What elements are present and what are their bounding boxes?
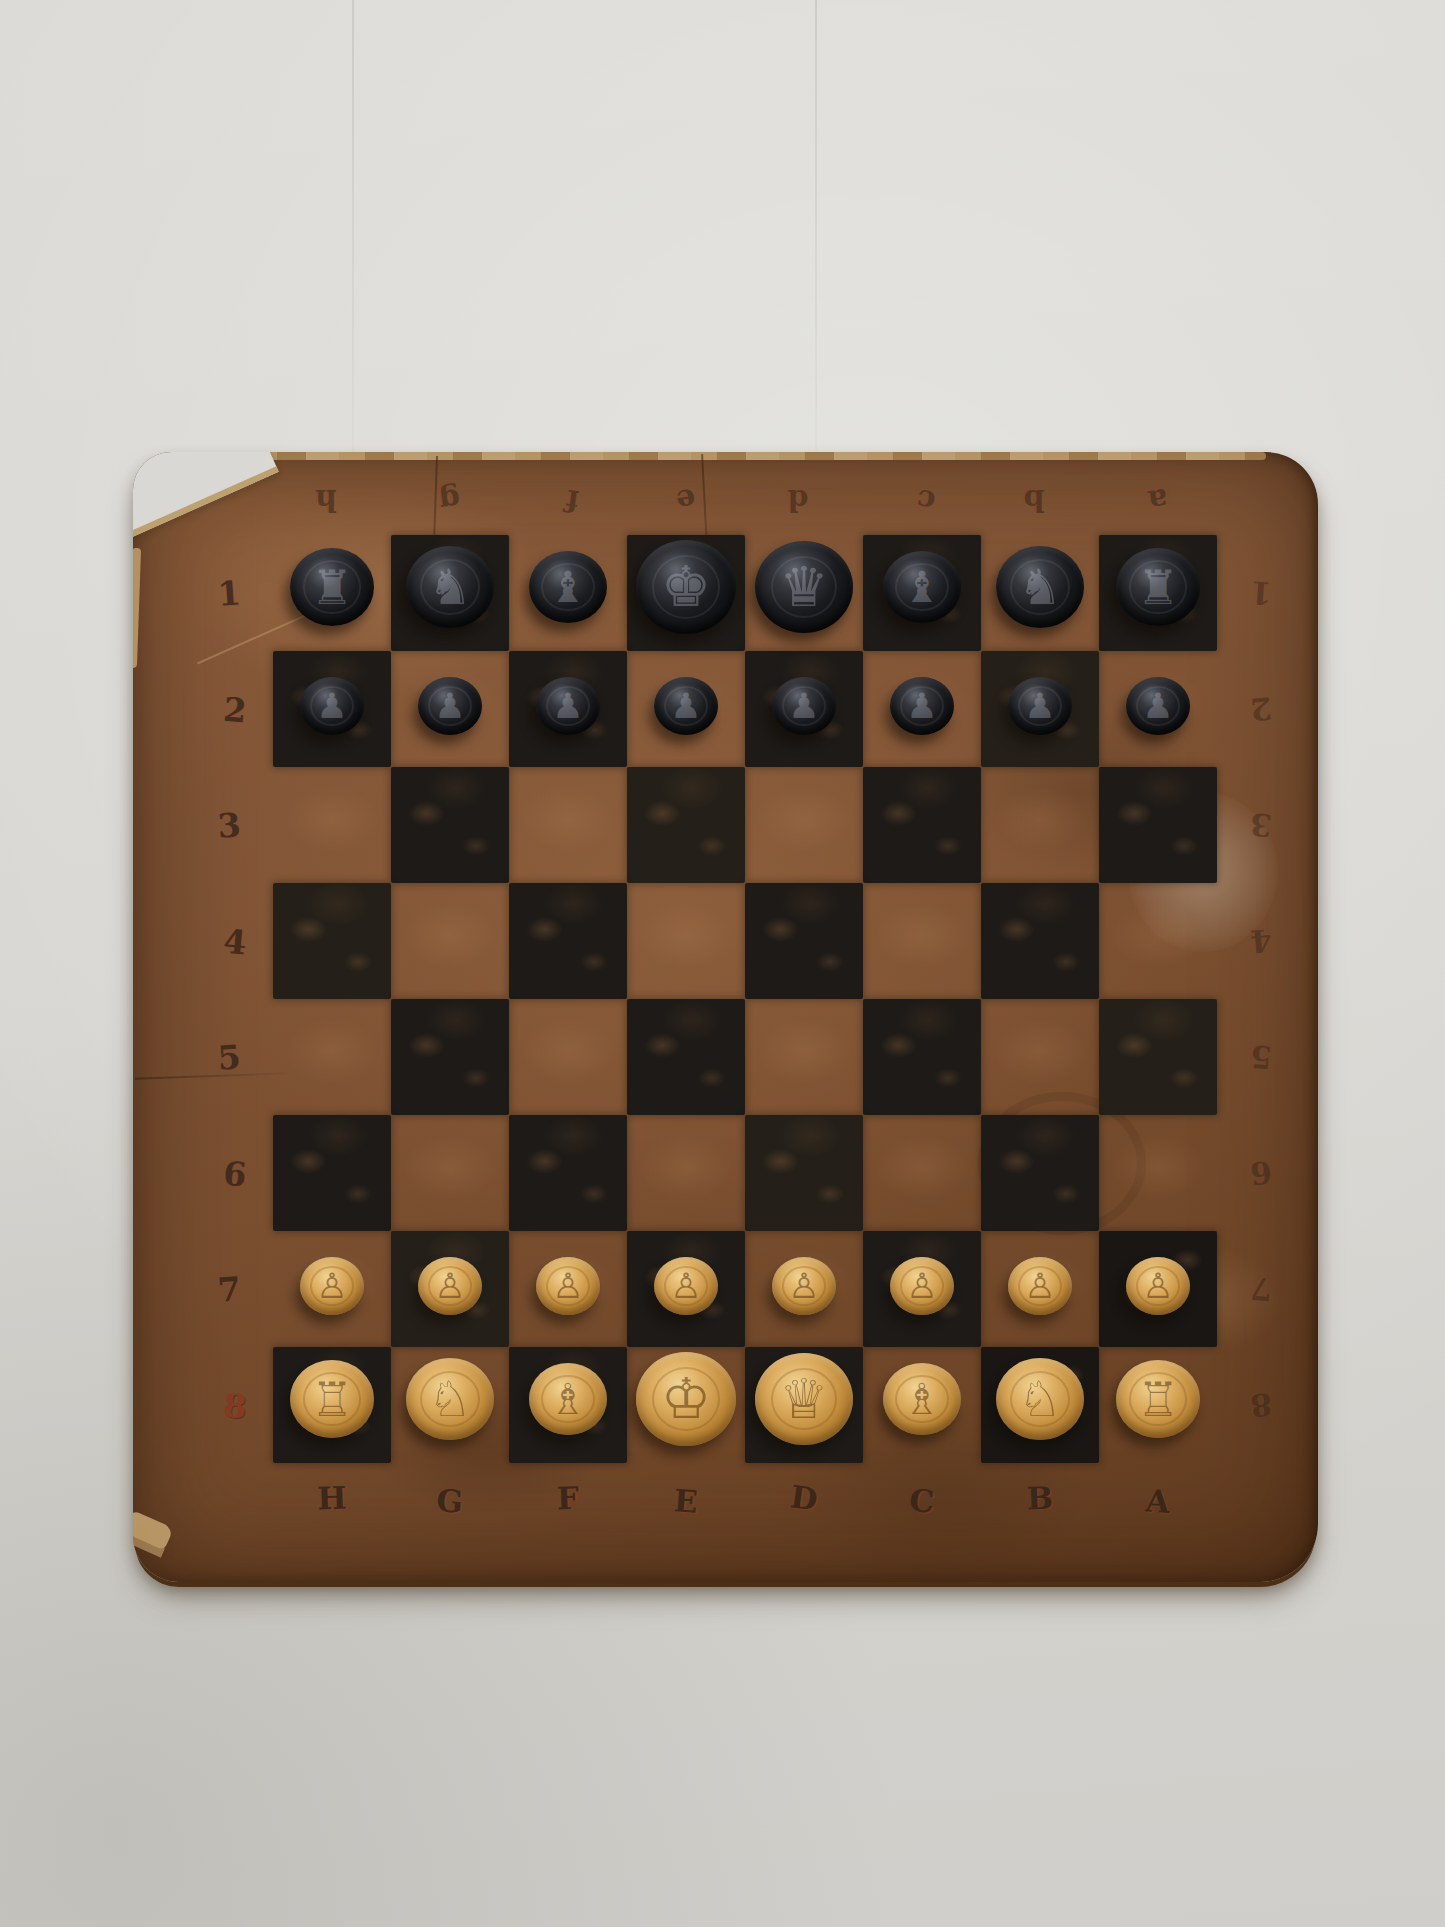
square-a6[interactable] bbox=[1099, 1115, 1217, 1231]
rank-labels-right: 12345678 bbox=[1229, 535, 1293, 1463]
square-a3[interactable] bbox=[1099, 767, 1217, 883]
rank-labels-left: 12345678 bbox=[197, 535, 261, 1463]
square-b8[interactable]: ♘ bbox=[981, 1347, 1099, 1463]
square-g5[interactable] bbox=[391, 999, 509, 1115]
wall-seam-line bbox=[352, 0, 354, 455]
square-g8[interactable]: ♘ bbox=[391, 1347, 509, 1463]
rank-label-right-7: 7 bbox=[1225, 1229, 1297, 1349]
file-label-top-b: b bbox=[975, 478, 1093, 524]
piece-black-king-e1[interactable]: ♚ bbox=[636, 540, 736, 634]
square-b1[interactable]: ♞ bbox=[981, 535, 1099, 651]
square-a5[interactable] bbox=[1099, 999, 1217, 1115]
square-e5[interactable] bbox=[627, 999, 745, 1115]
rank-label-left-7: 7 bbox=[193, 1229, 265, 1349]
file-label-bottom-b: B bbox=[980, 1472, 1100, 1524]
file-labels-top: hgfedcba bbox=[273, 478, 1217, 524]
piece-white-pawn-g7[interactable]: ♙ bbox=[418, 1257, 482, 1315]
square-b3[interactable] bbox=[981, 767, 1099, 883]
piece-white-pawn-d7[interactable]: ♙ bbox=[772, 1257, 836, 1315]
piece-white-knight-b8[interactable]: ♘ bbox=[996, 1358, 1084, 1440]
rank-label-left-6: 6 bbox=[198, 1113, 272, 1234]
piece-white-pawn-h7[interactable]: ♙ bbox=[300, 1257, 364, 1315]
square-h2[interactable]: ♟ bbox=[273, 651, 391, 767]
square-d7[interactable]: ♙ bbox=[745, 1231, 863, 1347]
square-d3[interactable] bbox=[745, 767, 863, 883]
file-label-top-f: f bbox=[510, 471, 633, 533]
rank-label-left-2: 2 bbox=[198, 649, 272, 770]
square-e8[interactable]: ♔ bbox=[627, 1347, 745, 1463]
piece-white-pawn-f7[interactable]: ♙ bbox=[536, 1257, 600, 1315]
piece-black-pawn-c2[interactable]: ♟ bbox=[890, 677, 954, 735]
file-label-top-e: e bbox=[624, 470, 747, 532]
square-d1[interactable]: ♛ bbox=[745, 535, 863, 651]
file-label-bottom-d: D bbox=[742, 1466, 866, 1530]
file-label-bottom-a: A bbox=[1097, 1473, 1218, 1529]
frayed-bottom-left-corner bbox=[133, 1510, 174, 1551]
square-h7[interactable]: ♙ bbox=[273, 1231, 391, 1347]
piece-black-pawn-h2[interactable]: ♟ bbox=[300, 677, 364, 735]
square-g6[interactable] bbox=[391, 1115, 509, 1231]
piece-black-pawn-d2[interactable]: ♟ bbox=[772, 677, 836, 735]
file-label-bottom-g: G bbox=[389, 1473, 510, 1529]
piece-white-bishop-f8[interactable]: ♗ bbox=[529, 1363, 607, 1435]
square-c7[interactable]: ♙ bbox=[863, 1231, 981, 1347]
square-f3[interactable] bbox=[509, 767, 627, 883]
square-c5[interactable] bbox=[863, 999, 981, 1115]
square-e2[interactable]: ♟ bbox=[627, 651, 745, 767]
piece-black-knight-b1[interactable]: ♞ bbox=[996, 546, 1084, 628]
frayed-top-edge bbox=[251, 452, 1266, 460]
piece-black-bishop-f1[interactable]: ♝ bbox=[529, 551, 607, 623]
piece-black-rook-h1[interactable]: ♜ bbox=[290, 548, 374, 626]
rank-label-right-8: 8 bbox=[1224, 1344, 1298, 1465]
square-d8[interactable]: ♕ bbox=[745, 1347, 863, 1463]
square-e4[interactable] bbox=[627, 883, 745, 999]
file-labels-bottom: HGFEDCBA bbox=[273, 1474, 1217, 1522]
piece-white-knight-g8[interactable]: ♘ bbox=[406, 1358, 494, 1440]
square-c1[interactable]: ♝ bbox=[863, 535, 981, 651]
square-d2[interactable]: ♟ bbox=[745, 651, 863, 767]
rank-label-left-3: 3 bbox=[193, 765, 265, 885]
square-b4[interactable] bbox=[981, 883, 1099, 999]
wall-seam-line bbox=[815, 0, 817, 450]
piece-black-bishop-c1[interactable]: ♝ bbox=[883, 551, 961, 623]
piece-white-queen-d8[interactable]: ♕ bbox=[755, 1353, 853, 1445]
piece-black-rook-a1[interactable]: ♜ bbox=[1116, 548, 1200, 626]
board-grid: ♜♞♝♚♛♝♞♜♟♟♟♟♟♟♟♟♙♙♙♙♙♙♙♙♖♘♗♔♕♗♘♖ bbox=[273, 535, 1217, 1463]
square-f5[interactable] bbox=[509, 999, 627, 1115]
square-h5[interactable] bbox=[273, 999, 391, 1115]
square-b7[interactable]: ♙ bbox=[981, 1231, 1099, 1347]
square-g1[interactable]: ♞ bbox=[391, 535, 509, 651]
square-g3[interactable] bbox=[391, 767, 509, 883]
file-label-top-a: a bbox=[1096, 470, 1219, 532]
piece-black-pawn-f2[interactable]: ♟ bbox=[536, 677, 600, 735]
square-a2[interactable]: ♟ bbox=[1099, 651, 1217, 767]
rank-label-right-3: 3 bbox=[1225, 765, 1297, 885]
square-d4[interactable] bbox=[745, 883, 863, 999]
square-f6[interactable] bbox=[509, 1115, 627, 1231]
piece-black-knight-g1[interactable]: ♞ bbox=[406, 546, 494, 628]
square-f7[interactable]: ♙ bbox=[509, 1231, 627, 1347]
rank-label-left-1: 1 bbox=[193, 533, 265, 653]
square-a8[interactable]: ♖ bbox=[1099, 1347, 1217, 1463]
rank-label-left-8: 8 bbox=[198, 1345, 272, 1466]
square-e1[interactable]: ♚ bbox=[627, 535, 745, 651]
square-e6[interactable] bbox=[627, 1115, 745, 1231]
square-f4[interactable] bbox=[509, 883, 627, 999]
square-g4[interactable] bbox=[391, 883, 509, 999]
square-g2[interactable]: ♟ bbox=[391, 651, 509, 767]
square-h1[interactable]: ♜ bbox=[273, 535, 391, 651]
rank-label-right-1: 1 bbox=[1225, 533, 1297, 653]
square-f1[interactable]: ♝ bbox=[509, 535, 627, 651]
square-c2[interactable]: ♟ bbox=[863, 651, 981, 767]
piece-white-rook-a8[interactable]: ♖ bbox=[1116, 1360, 1200, 1438]
piece-white-pawn-b7[interactable]: ♙ bbox=[1008, 1257, 1072, 1315]
file-label-bottom-c: C bbox=[861, 1473, 982, 1529]
rank-label-right-5: 5 bbox=[1225, 997, 1297, 1117]
piece-white-pawn-c7[interactable]: ♙ bbox=[890, 1257, 954, 1315]
square-b6[interactable] bbox=[981, 1115, 1099, 1231]
piece-white-pawn-a7[interactable]: ♙ bbox=[1126, 1257, 1190, 1315]
square-h8[interactable]: ♖ bbox=[273, 1347, 391, 1463]
worn-corner-top-left bbox=[133, 452, 279, 541]
rank-label-left-4: 4 bbox=[198, 881, 272, 1002]
file-label-top-h: h bbox=[267, 478, 385, 524]
piece-black-pawn-a2[interactable]: ♟ bbox=[1126, 677, 1190, 735]
square-a1[interactable]: ♜ bbox=[1099, 535, 1217, 651]
chess-board: hgfedcba HGFEDCBA 12345678 12345678 ♜♞♝♚… bbox=[133, 452, 1318, 1582]
square-c6[interactable] bbox=[863, 1115, 981, 1231]
square-h3[interactable] bbox=[273, 767, 391, 883]
file-label-bottom-e: E bbox=[625, 1473, 746, 1529]
photo-canvas: hgfedcba HGFEDCBA 12345678 12345678 ♜♞♝♚… bbox=[0, 0, 1445, 1927]
square-e7[interactable]: ♙ bbox=[627, 1231, 745, 1347]
square-a4[interactable] bbox=[1099, 883, 1217, 999]
square-h4[interactable] bbox=[273, 883, 391, 999]
file-label-top-g: g bbox=[388, 470, 511, 532]
file-label-top-d: d bbox=[739, 478, 857, 524]
file-label-bottom-h: H bbox=[272, 1472, 392, 1524]
frayed-left-edge bbox=[133, 548, 141, 668]
square-f2[interactable]: ♟ bbox=[509, 651, 627, 767]
file-label-bottom-f: F bbox=[508, 1472, 628, 1524]
piece-black-pawn-b2[interactable]: ♟ bbox=[1008, 677, 1072, 735]
square-f8[interactable]: ♗ bbox=[509, 1347, 627, 1463]
piece-black-pawn-g2[interactable]: ♟ bbox=[418, 677, 482, 735]
square-c4[interactable] bbox=[863, 883, 981, 999]
rank-label-right-4: 4 bbox=[1224, 880, 1298, 1001]
piece-white-rook-h8[interactable]: ♖ bbox=[290, 1360, 374, 1438]
rank-label-left-5: 5 bbox=[193, 997, 265, 1117]
square-e3[interactable] bbox=[627, 767, 745, 883]
square-a7[interactable]: ♙ bbox=[1099, 1231, 1217, 1347]
rank-label-right-6: 6 bbox=[1224, 1112, 1298, 1233]
square-c8[interactable]: ♗ bbox=[863, 1347, 981, 1463]
file-label-top-c: c bbox=[864, 471, 987, 533]
rank-label-right-2: 2 bbox=[1224, 648, 1298, 769]
square-d5[interactable] bbox=[745, 999, 863, 1115]
piece-black-pawn-e2[interactable]: ♟ bbox=[654, 677, 718, 735]
piece-white-pawn-e7[interactable]: ♙ bbox=[654, 1257, 718, 1315]
piece-white-bishop-c8[interactable]: ♗ bbox=[883, 1363, 961, 1435]
square-d6[interactable] bbox=[745, 1115, 863, 1231]
square-b5[interactable] bbox=[981, 999, 1099, 1115]
square-c3[interactable] bbox=[863, 767, 981, 883]
square-g7[interactable]: ♙ bbox=[391, 1231, 509, 1347]
piece-white-king-e8[interactable]: ♔ bbox=[636, 1352, 736, 1446]
piece-black-queen-d1[interactable]: ♛ bbox=[755, 541, 853, 633]
square-h6[interactable] bbox=[273, 1115, 391, 1231]
square-b2[interactable]: ♟ bbox=[981, 651, 1099, 767]
